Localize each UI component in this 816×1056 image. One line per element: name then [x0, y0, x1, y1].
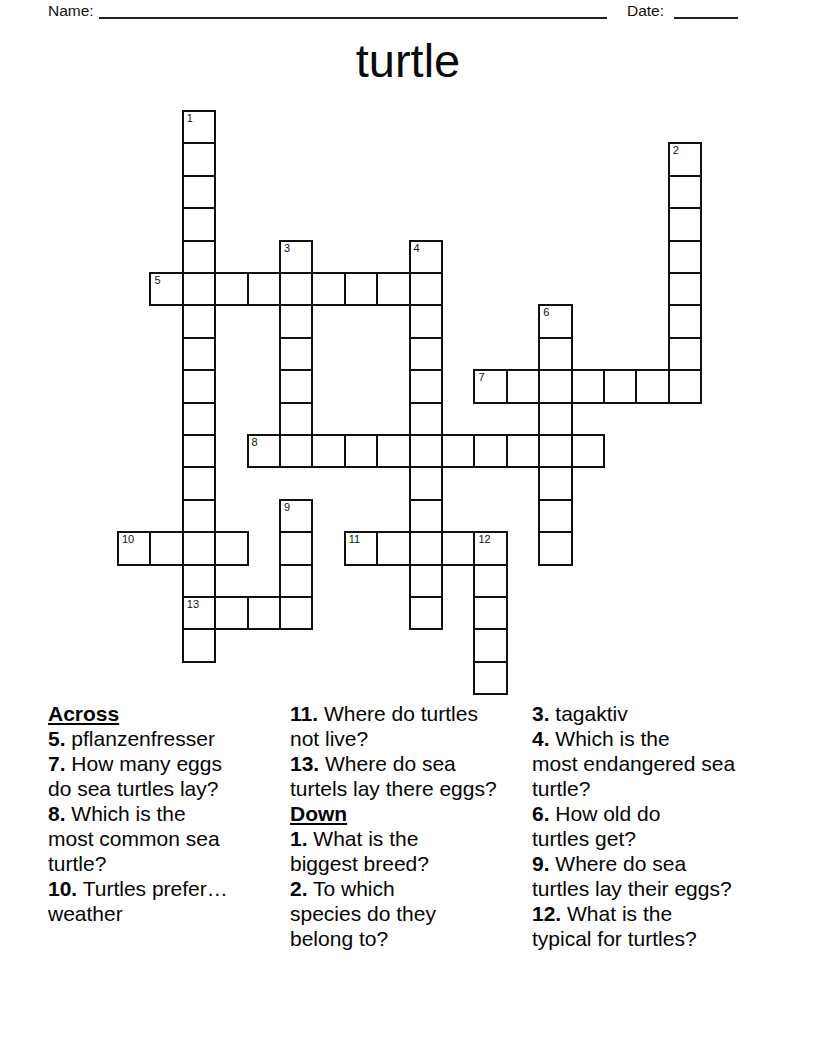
clue-number-label: 12.	[532, 902, 561, 925]
grid-cell[interactable]	[311, 434, 345, 468]
clue-2: 2. To whichspecies do theybelong to?	[290, 876, 530, 951]
grid-cell[interactable]: 12	[473, 531, 507, 565]
date-blank-line	[674, 0, 738, 19]
grid-cell[interactable]	[571, 434, 605, 468]
grid-cell[interactable]: 13	[182, 596, 216, 630]
clue-5: 5. pflanzenfresser	[48, 726, 286, 751]
grid-cell[interactable]	[473, 628, 507, 662]
grid-cell[interactable]	[279, 596, 313, 630]
grid-cell[interactable]	[668, 175, 702, 209]
grid-cell[interactable]	[149, 531, 183, 565]
grid-cell[interactable]	[409, 369, 443, 403]
grid-cell[interactable]	[538, 337, 572, 371]
clue-number-label: 3.	[532, 702, 550, 725]
name-blank-line	[99, 0, 607, 19]
down-heading: Down	[290, 801, 530, 826]
grid-cell[interactable]	[538, 531, 572, 565]
grid-cell[interactable]	[538, 369, 572, 403]
grid-cell[interactable]	[668, 207, 702, 241]
grid-cell[interactable]	[603, 369, 637, 403]
grid-cell[interactable]	[279, 304, 313, 338]
clue-number-label: 10.	[48, 877, 77, 900]
grid-cell[interactable]	[182, 564, 216, 598]
grid-cell[interactable]	[538, 434, 572, 468]
grid-cell[interactable]	[409, 272, 443, 306]
grid-cell[interactable]: 3	[279, 240, 313, 274]
date-label: Date:	[627, 2, 664, 20]
grid-cell[interactable]	[214, 596, 248, 630]
grid-cell[interactable]: 10	[117, 531, 151, 565]
clue-11: 11. Where do turtlesnot live?	[290, 701, 530, 751]
clue-7: 7. How many eggsdo sea turtles lay?	[48, 751, 286, 801]
clue-6: 6. How old doturtles get?	[532, 801, 816, 851]
name-label: Name:	[48, 2, 94, 20]
grid-cell[interactable]	[409, 304, 443, 338]
grid-cell[interactable]	[409, 531, 443, 565]
grid-cell[interactable]: 11	[344, 531, 378, 565]
grid-cell[interactable]	[182, 628, 216, 662]
clue-number-label: 9.	[532, 852, 550, 875]
across-heading: Across	[48, 701, 286, 726]
grid-cell[interactable]	[279, 369, 313, 403]
grid-cell[interactable]	[376, 434, 410, 468]
grid-cell[interactable]	[538, 466, 572, 500]
grid-cell[interactable]	[247, 596, 281, 630]
grid-cell[interactable]	[344, 434, 378, 468]
grid-cell[interactable]	[247, 272, 281, 306]
clue-number: 1	[187, 113, 193, 124]
grid-cell[interactable]	[668, 337, 702, 371]
clue-12: 12. What is thetypical for turtles?	[532, 901, 816, 951]
grid-cell[interactable]: 8	[247, 434, 281, 468]
grid-cell[interactable]	[182, 240, 216, 274]
grid-cell[interactable]	[344, 272, 378, 306]
clue-4: 4. Which is themost endangered seaturtle…	[532, 726, 816, 801]
clue-3: 3. tagaktiv	[532, 701, 816, 726]
grid-cell[interactable]	[182, 499, 216, 533]
grid-cell[interactable]	[279, 337, 313, 371]
grid-cell[interactable]	[635, 369, 669, 403]
grid-cell[interactable]	[571, 369, 605, 403]
grid-cell[interactable]	[409, 564, 443, 598]
grid-cell[interactable]	[182, 402, 216, 436]
clue-number: 10	[122, 534, 134, 545]
clue-number-label: 11.	[290, 702, 318, 725]
grid-cell[interactable]	[376, 272, 410, 306]
grid-cell[interactable]	[376, 531, 410, 565]
clue-number: 13	[187, 599, 199, 610]
puzzle-title: turtle	[0, 33, 816, 88]
grid-cell[interactable]	[279, 531, 313, 565]
grid-cell[interactable]	[538, 499, 572, 533]
clue-number-label: 8.	[48, 802, 66, 825]
grid-cell[interactable]	[279, 434, 313, 468]
clue-number-label: 5.	[48, 727, 66, 750]
grid-cell[interactable]	[538, 402, 572, 436]
clue-number: 2	[673, 145, 679, 156]
clue-number: 12	[478, 534, 490, 545]
clue-number-label: 2.	[290, 877, 308, 900]
grid-cell[interactable]	[182, 466, 216, 500]
grid-cell[interactable]: 2	[668, 142, 702, 176]
grid-cell[interactable]	[506, 369, 540, 403]
clue-number-label: 1.	[290, 827, 308, 850]
clue-number-label: 13.	[290, 752, 319, 775]
clue-number: 9	[284, 502, 290, 513]
grid-cell[interactable]	[182, 304, 216, 338]
grid-cell[interactable]	[279, 564, 313, 598]
grid-cell[interactable]	[473, 564, 507, 598]
clue-number-label: 6.	[532, 802, 550, 825]
grid-cell[interactable]	[668, 240, 702, 274]
grid-cell[interactable]: 4	[409, 240, 443, 274]
grid-cell[interactable]	[182, 272, 216, 306]
grid-cell[interactable]: 6	[538, 304, 572, 338]
grid-cell[interactable]	[473, 434, 507, 468]
clue-number: 6	[543, 307, 549, 318]
grid-cell[interactable]	[409, 466, 443, 500]
grid-cell[interactable]	[182, 434, 216, 468]
grid-cell[interactable]	[473, 596, 507, 630]
clues-column-1: Across5. pflanzenfresser7. How many eggs…	[48, 701, 286, 926]
grid-cell[interactable]	[473, 661, 507, 695]
grid-cell[interactable]	[182, 369, 216, 403]
grid-cell[interactable]: 5	[149, 272, 183, 306]
grid-cell[interactable]: 7	[473, 369, 507, 403]
grid-cell[interactable]	[214, 272, 248, 306]
grid-cell[interactable]	[441, 531, 475, 565]
grid-cell[interactable]	[409, 402, 443, 436]
clue-number: 7	[478, 372, 484, 383]
grid-cell[interactable]: 9	[279, 499, 313, 533]
grid-cell[interactable]	[279, 402, 313, 436]
grid-cell[interactable]	[182, 142, 216, 176]
clue-number-label: 4.	[532, 727, 550, 750]
grid-cell[interactable]	[409, 596, 443, 630]
grid-cell[interactable]	[409, 499, 443, 533]
grid-cell[interactable]	[182, 207, 216, 241]
grid-cell[interactable]	[214, 531, 248, 565]
clue-number: 11	[349, 534, 360, 545]
clue-8: 8. Which is themost common seaturtle?	[48, 801, 286, 876]
grid-cell[interactable]	[279, 272, 313, 306]
grid-cell[interactable]	[182, 531, 216, 565]
grid-cell[interactable]	[441, 434, 475, 468]
grid-cell[interactable]	[668, 272, 702, 306]
clues-column-3: 3. tagaktiv4. Which is themost endangere…	[532, 701, 816, 951]
grid-cell[interactable]	[668, 369, 702, 403]
grid-cell[interactable]	[668, 304, 702, 338]
grid-cell[interactable]	[409, 434, 443, 468]
clue-1: 1. What is thebiggest breed?	[290, 826, 530, 876]
clue-13: 13. Where do seaturtels lay there eggs?	[290, 751, 530, 801]
clue-9: 9. Where do seaturtles lay their eggs?	[532, 851, 816, 901]
grid-cell[interactable]	[409, 337, 443, 371]
clue-10: 10. Turtles prefer…weather	[48, 876, 286, 926]
grid-cell[interactable]	[182, 337, 216, 371]
clues-column-2: 11. Where do turtlesnot live?13. Where d…	[290, 701, 530, 951]
grid-cell[interactable]	[506, 434, 540, 468]
clue-number: 3	[284, 243, 290, 254]
grid-cell[interactable]	[182, 175, 216, 209]
clue-number: 8	[252, 437, 258, 448]
grid-cell[interactable]: 1	[182, 110, 216, 144]
clue-number: 5	[154, 275, 160, 286]
grid-cell[interactable]	[311, 272, 345, 306]
clue-number: 4	[414, 243, 420, 254]
clue-number-label: 7.	[48, 752, 66, 775]
